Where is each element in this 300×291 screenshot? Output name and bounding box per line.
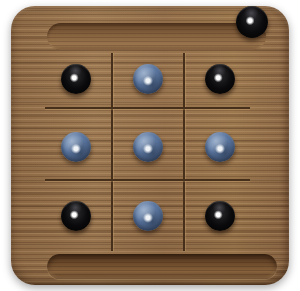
blue-marble[interactable] — [205, 132, 235, 162]
cell-r3c3[interactable] — [184, 182, 256, 250]
cell-r2c1[interactable] — [40, 113, 112, 181]
cell-r1c1[interactable] — [40, 45, 112, 113]
blue-marble[interactable] — [61, 132, 91, 162]
spare-black-marble[interactable] — [236, 6, 268, 38]
blue-marble[interactable] — [133, 132, 163, 162]
tic-tac-toe-photo — [0, 0, 300, 291]
tictactoe-grid — [40, 45, 256, 250]
black-marble[interactable] — [61, 64, 91, 94]
cell-r1c3[interactable] — [184, 45, 256, 113]
cell-r2c3[interactable] — [184, 113, 256, 181]
wooden-board — [11, 6, 289, 285]
black-marble[interactable] — [205, 64, 235, 94]
bottom-marble-tray — [47, 254, 277, 279]
blue-marble[interactable] — [133, 64, 163, 94]
top-tray-marbles — [236, 6, 268, 38]
cell-r2c2[interactable] — [112, 113, 184, 181]
black-marble[interactable] — [61, 201, 91, 231]
cell-r3c2[interactable] — [112, 182, 184, 250]
cell-r3c1[interactable] — [40, 182, 112, 250]
black-marble[interactable] — [205, 201, 235, 231]
cell-r1c2[interactable] — [112, 45, 184, 113]
blue-marble[interactable] — [133, 201, 163, 231]
